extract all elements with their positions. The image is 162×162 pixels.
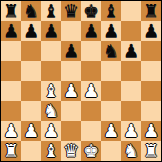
piece-black-pawn: ♟: [123, 41, 139, 61]
square-b3[interactable]: [21, 101, 41, 121]
square-c8[interactable]: ♝: [41, 1, 61, 21]
square-a5[interactable]: [1, 61, 21, 81]
square-a4[interactable]: [1, 81, 21, 101]
piece-white-bishop: ♝: [43, 141, 59, 161]
square-e3[interactable]: [81, 101, 101, 121]
piece-black-knight: ♞: [103, 41, 119, 61]
square-b1[interactable]: [21, 141, 41, 161]
square-g3[interactable]: [121, 101, 141, 121]
square-e2[interactable]: [81, 121, 101, 141]
piece-black-pawn: ♟: [63, 41, 79, 61]
piece-white-pawn: ♟: [143, 121, 159, 141]
square-d3[interactable]: [61, 101, 81, 121]
piece-black-pawn: ♟: [143, 21, 159, 41]
square-d4[interactable]: ♟: [61, 81, 81, 101]
square-f6[interactable]: ♞: [101, 41, 121, 61]
chess-board: ♜♞♝♛♚♝♜♟♟♟♟♟♟♟♞♟♝♟♟♞♟♟♟♟♟♟♜♝♛♚♞♜: [0, 0, 162, 162]
square-a1[interactable]: ♜: [1, 141, 21, 161]
piece-white-pawn: ♟: [23, 121, 39, 141]
square-g4[interactable]: [121, 81, 141, 101]
square-b2[interactable]: ♟: [21, 121, 41, 141]
square-d5[interactable]: [61, 61, 81, 81]
square-g5[interactable]: [121, 61, 141, 81]
piece-white-pawn: ♟: [3, 121, 19, 141]
piece-white-rook: ♜: [143, 141, 159, 161]
square-c2[interactable]: ♟: [41, 121, 61, 141]
piece-white-pawn: ♟: [43, 121, 59, 141]
piece-black-pawn: ♟: [83, 21, 99, 41]
piece-black-bishop: ♝: [43, 1, 59, 21]
piece-black-bishop: ♝: [103, 1, 119, 21]
piece-black-rook: ♜: [143, 1, 159, 21]
piece-white-knight: ♞: [43, 101, 59, 121]
square-g1[interactable]: ♞: [121, 141, 141, 161]
square-g2[interactable]: ♟: [121, 121, 141, 141]
piece-white-queen: ♛: [63, 141, 79, 161]
square-g8[interactable]: [121, 1, 141, 21]
square-c5[interactable]: [41, 61, 61, 81]
piece-black-pawn: ♟: [103, 21, 119, 41]
square-d7[interactable]: [61, 21, 81, 41]
square-h6[interactable]: [141, 41, 161, 61]
square-c7[interactable]: ♟: [41, 21, 61, 41]
square-f2[interactable]: ♟: [101, 121, 121, 141]
piece-white-bishop: ♝: [43, 81, 59, 101]
square-f8[interactable]: ♝: [101, 1, 121, 21]
square-f3[interactable]: [101, 101, 121, 121]
square-g6[interactable]: ♟: [121, 41, 141, 61]
square-a2[interactable]: ♟: [1, 121, 21, 141]
piece-white-pawn: ♟: [63, 81, 79, 101]
piece-black-rook: ♜: [3, 1, 19, 21]
piece-white-rook: ♜: [3, 141, 19, 161]
square-a6[interactable]: [1, 41, 21, 61]
square-d2[interactable]: [61, 121, 81, 141]
square-d8[interactable]: ♛: [61, 1, 81, 21]
square-g7[interactable]: [121, 21, 141, 41]
piece-black-pawn: ♟: [3, 21, 19, 41]
piece-white-pawn: ♟: [103, 121, 119, 141]
piece-white-pawn: ♟: [123, 121, 139, 141]
square-h4[interactable]: [141, 81, 161, 101]
piece-black-queen: ♛: [63, 1, 79, 21]
square-f4[interactable]: [101, 81, 121, 101]
square-e8[interactable]: ♚: [81, 1, 101, 21]
square-h2[interactable]: ♟: [141, 121, 161, 141]
square-h5[interactable]: [141, 61, 161, 81]
square-a7[interactable]: ♟: [1, 21, 21, 41]
square-e4[interactable]: ♟: [81, 81, 101, 101]
piece-white-king: ♚: [83, 141, 99, 161]
square-c3[interactable]: ♞: [41, 101, 61, 121]
square-c4[interactable]: ♝: [41, 81, 61, 101]
square-b8[interactable]: ♞: [21, 1, 41, 21]
square-b7[interactable]: ♟: [21, 21, 41, 41]
piece-black-pawn: ♟: [23, 21, 39, 41]
square-a8[interactable]: ♜: [1, 1, 21, 21]
square-b5[interactable]: [21, 61, 41, 81]
square-h1[interactable]: ♜: [141, 141, 161, 161]
square-b6[interactable]: [21, 41, 41, 61]
square-a3[interactable]: [1, 101, 21, 121]
piece-black-knight: ♞: [23, 1, 39, 21]
square-c6[interactable]: [41, 41, 61, 61]
square-e6[interactable]: [81, 41, 101, 61]
square-f1[interactable]: [101, 141, 121, 161]
square-h8[interactable]: ♜: [141, 1, 161, 21]
square-c1[interactable]: ♝: [41, 141, 61, 161]
piece-black-pawn: ♟: [43, 21, 59, 41]
square-f5[interactable]: [101, 61, 121, 81]
square-b4[interactable]: [21, 81, 41, 101]
piece-white-knight: ♞: [123, 141, 139, 161]
square-d6[interactable]: ♟: [61, 41, 81, 61]
square-e7[interactable]: ♟: [81, 21, 101, 41]
piece-white-pawn: ♟: [83, 81, 99, 101]
square-h7[interactable]: ♟: [141, 21, 161, 41]
square-e5[interactable]: [81, 61, 101, 81]
square-h3[interactable]: [141, 101, 161, 121]
piece-black-king: ♚: [83, 1, 99, 21]
square-d1[interactable]: ♛: [61, 141, 81, 161]
square-f7[interactable]: ♟: [101, 21, 121, 41]
square-e1[interactable]: ♚: [81, 141, 101, 161]
